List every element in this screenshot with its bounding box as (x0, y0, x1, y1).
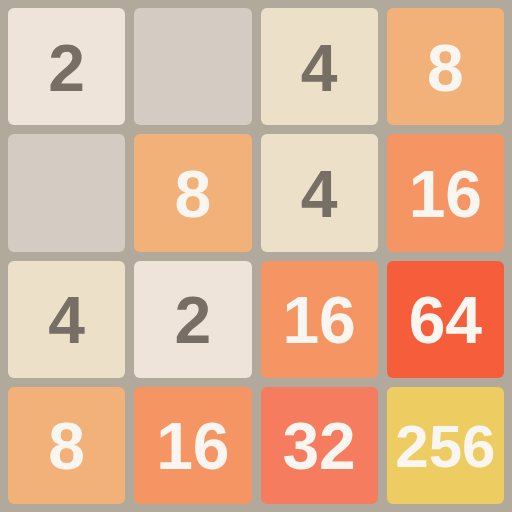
tile-16: 16 (261, 261, 378, 378)
tile-8: 8 (134, 134, 251, 251)
tile-2: 2 (134, 261, 251, 378)
tile-2: 2 (8, 8, 125, 125)
tile-4: 4 (261, 8, 378, 125)
tile-4: 4 (8, 261, 125, 378)
tile-32: 32 (261, 387, 378, 504)
tile-16: 16 (387, 134, 504, 251)
tile-16: 16 (134, 387, 251, 504)
tile-64: 64 (387, 261, 504, 378)
tile-8: 8 (8, 387, 125, 504)
empty-cell (8, 134, 125, 251)
tile-8: 8 (387, 8, 504, 125)
empty-cell (134, 8, 251, 125)
tile-256: 256 (387, 387, 504, 504)
game-board-2048[interactable]: 2 4 8 8 4 16 4 2 16 64 8 16 32 256 (0, 0, 512, 512)
tile-4: 4 (261, 134, 378, 251)
